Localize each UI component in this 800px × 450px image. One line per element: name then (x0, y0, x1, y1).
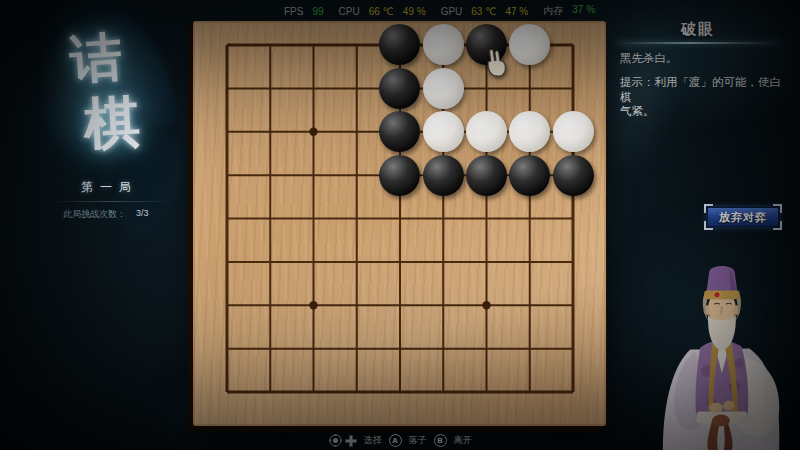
fps-value: 99 (312, 6, 323, 17)
white-stone (509, 24, 550, 65)
white-stone (509, 111, 550, 152)
white-stone (423, 24, 464, 65)
black-stone (379, 155, 420, 196)
select-hint-label: 选择 (364, 434, 382, 447)
place-stone-hint-label: 落子 (409, 434, 427, 447)
cpu-temp: 66 ℃ (369, 6, 394, 17)
puzzle-title: 破眼 (612, 20, 784, 39)
memory-load: 37 % (572, 4, 595, 18)
gpu-load: 47 % (505, 6, 528, 17)
divider (46, 201, 174, 202)
cpu-label: CPU (339, 6, 360, 17)
a-button-icon: A (389, 434, 402, 447)
attempts-label: 此局挑战次数： (63, 208, 126, 221)
hand-cursor-icon (483, 46, 507, 78)
gpu-temp: 63 ℃ (471, 6, 496, 17)
round-label: 第一局 (36, 179, 176, 196)
black-stone (379, 68, 420, 109)
stone-grid (205, 23, 595, 414)
fps-label: FPS (284, 6, 303, 17)
give-up-button-frame: 放弃对弈 (704, 204, 782, 230)
puzzle-info-panel: 破眼 黑先杀白。 提示：利用「渡」的可能，使白棋 气紧。 放弃对弈 (612, 0, 788, 240)
black-stone (553, 155, 594, 196)
game-screen: FPS 99 CPU 66 ℃ 49 % GPU 63 ℃ 47 % 内存 37… (0, 0, 800, 450)
black-stone (509, 155, 550, 196)
puzzle-branding: 诘 棋 第一局 此局挑战次数： 3/3 (0, 0, 200, 260)
go-board[interactable] (193, 21, 606, 426)
hint-line-1: 提示：利用「渡」的可能，使白棋 (620, 75, 786, 104)
white-stone (423, 111, 464, 152)
title-char-2: 棋 (82, 85, 142, 164)
give-up-button[interactable]: 放弃对弈 (707, 207, 779, 227)
puzzle-hint: 提示：利用「渡」的可能，使白棋 气紧。 (620, 75, 786, 119)
attempts-value: 3/3 (136, 208, 149, 218)
left-stick-icon (329, 434, 342, 447)
controller-hints: 选择 A 落子 B 离开 (0, 434, 800, 447)
mentor-character (632, 253, 800, 450)
memory-label: 内存 (543, 4, 563, 18)
black-stone (379, 24, 420, 65)
b-button-icon: B (434, 434, 447, 447)
white-stone (423, 68, 464, 109)
black-stone (423, 155, 464, 196)
white-stone (553, 111, 594, 152)
white-stone (466, 111, 507, 152)
black-stone (379, 111, 420, 152)
performance-stats: FPS 99 CPU 66 ℃ 49 % GPU 63 ℃ 47 % 内存 37… (284, 4, 595, 18)
dpad-cross-icon (345, 435, 357, 447)
leave-hint-label: 离开 (454, 434, 472, 447)
puzzle-objective: 黑先杀白。 (620, 51, 678, 66)
gpu-label: GPU (441, 6, 463, 17)
divider (616, 42, 780, 44)
black-stone (466, 155, 507, 196)
hint-line-2: 气紧。 (620, 104, 786, 119)
cpu-load: 49 % (403, 6, 426, 17)
